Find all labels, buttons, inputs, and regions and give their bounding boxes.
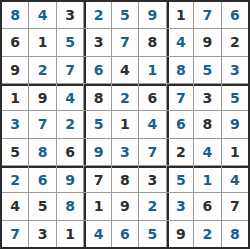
cell-r6c7[interactable]: 2 bbox=[167, 139, 193, 165]
cell-r8c4[interactable]: 1 bbox=[84, 193, 110, 219]
cell-r3c3[interactable]: 7 bbox=[57, 57, 83, 83]
cell-r3c5[interactable]: 4 bbox=[112, 57, 138, 83]
cell-r6c6[interactable]: 7 bbox=[139, 139, 165, 165]
cell-r7c6[interactable]: 3 bbox=[139, 166, 165, 192]
cell-r3c9[interactable]: 3 bbox=[222, 57, 248, 83]
cell-r9c3[interactable]: 1 bbox=[57, 221, 83, 247]
cell-r2c2[interactable]: 1 bbox=[29, 29, 55, 55]
cell-r4c9[interactable]: 5 bbox=[222, 84, 248, 110]
cell-r8c7[interactable]: 3 bbox=[167, 193, 193, 219]
cell-r5c2[interactable]: 7 bbox=[29, 111, 55, 137]
cell-r2c4[interactable]: 3 bbox=[84, 29, 110, 55]
cell-r9c9[interactable]: 8 bbox=[222, 221, 248, 247]
cell-r8c1[interactable]: 4 bbox=[2, 193, 28, 219]
cell-r5c4[interactable]: 5 bbox=[84, 111, 110, 137]
cell-r4c7[interactable]: 7 bbox=[167, 84, 193, 110]
cell-r7c9[interactable]: 4 bbox=[222, 166, 248, 192]
cell-r3c2[interactable]: 2 bbox=[29, 57, 55, 83]
cell-r5c5[interactable]: 1 bbox=[112, 111, 138, 137]
cell-r2c6[interactable]: 8 bbox=[139, 29, 165, 55]
sudoku-board-container: 8432591766153784929276418531948267353725… bbox=[0, 0, 250, 249]
cell-r8c8[interactable]: 6 bbox=[194, 193, 220, 219]
cell-r7c7[interactable]: 5 bbox=[167, 166, 193, 192]
cell-r4c1[interactable]: 1 bbox=[2, 84, 28, 110]
cell-r1c5[interactable]: 5 bbox=[112, 2, 138, 28]
cell-r5c9[interactable]: 9 bbox=[222, 111, 248, 137]
cell-r2c3[interactable]: 5 bbox=[57, 29, 83, 55]
cell-r7c8[interactable]: 1 bbox=[194, 166, 220, 192]
cell-r2c8[interactable]: 9 bbox=[194, 29, 220, 55]
cell-r1c8[interactable]: 7 bbox=[194, 2, 220, 28]
cell-r5c7[interactable]: 6 bbox=[167, 111, 193, 137]
cell-r4c8[interactable]: 3 bbox=[194, 84, 220, 110]
cell-r1c1[interactable]: 8 bbox=[2, 2, 28, 28]
cell-r6c2[interactable]: 8 bbox=[29, 139, 55, 165]
cell-r1c6[interactable]: 9 bbox=[139, 2, 165, 28]
cell-r3c1[interactable]: 9 bbox=[2, 57, 28, 83]
cell-r7c5[interactable]: 8 bbox=[112, 166, 138, 192]
cell-r5c8[interactable]: 8 bbox=[194, 111, 220, 137]
cell-r2c5[interactable]: 7 bbox=[112, 29, 138, 55]
cell-r4c2[interactable]: 9 bbox=[29, 84, 55, 110]
cell-r1c7[interactable]: 1 bbox=[167, 2, 193, 28]
cell-r9c4[interactable]: 4 bbox=[84, 221, 110, 247]
cell-r5c1[interactable]: 3 bbox=[2, 111, 28, 137]
cell-r9c1[interactable]: 7 bbox=[2, 221, 28, 247]
cell-r7c1[interactable]: 2 bbox=[2, 166, 28, 192]
cell-r2c1[interactable]: 6 bbox=[2, 29, 28, 55]
cell-r1c2[interactable]: 4 bbox=[29, 2, 55, 28]
cell-r8c3[interactable]: 8 bbox=[57, 193, 83, 219]
cell-r3c4[interactable]: 6 bbox=[84, 57, 110, 83]
cell-r3c8[interactable]: 5 bbox=[194, 57, 220, 83]
cell-r6c5[interactable]: 3 bbox=[112, 139, 138, 165]
cell-r6c9[interactable]: 1 bbox=[222, 139, 248, 165]
cell-r4c5[interactable]: 2 bbox=[112, 84, 138, 110]
cell-r9c8[interactable]: 2 bbox=[194, 221, 220, 247]
cell-r6c8[interactable]: 4 bbox=[194, 139, 220, 165]
cell-r1c3[interactable]: 3 bbox=[57, 2, 83, 28]
cell-r7c2[interactable]: 6 bbox=[29, 166, 55, 192]
cell-r4c3[interactable]: 4 bbox=[57, 84, 83, 110]
cell-r9c7[interactable]: 9 bbox=[167, 221, 193, 247]
cell-r8c9[interactable]: 7 bbox=[222, 193, 248, 219]
sudoku-grid: 8432591766153784929276418531948267353725… bbox=[0, 0, 250, 249]
cell-r1c4[interactable]: 2 bbox=[84, 2, 110, 28]
cell-r4c6[interactable]: 6 bbox=[139, 84, 165, 110]
cell-r9c6[interactable]: 5 bbox=[139, 221, 165, 247]
cell-r8c6[interactable]: 2 bbox=[139, 193, 165, 219]
cell-r3c7[interactable]: 8 bbox=[167, 57, 193, 83]
cell-r6c3[interactable]: 6 bbox=[57, 139, 83, 165]
cell-r9c5[interactable]: 6 bbox=[112, 221, 138, 247]
cell-r5c3[interactable]: 2 bbox=[57, 111, 83, 137]
cell-r8c2[interactable]: 5 bbox=[29, 193, 55, 219]
cell-r2c7[interactable]: 4 bbox=[167, 29, 193, 55]
cell-r4c4[interactable]: 8 bbox=[84, 84, 110, 110]
cell-r1c9[interactable]: 6 bbox=[222, 2, 248, 28]
cell-r5c6[interactable]: 4 bbox=[139, 111, 165, 137]
cell-r7c3[interactable]: 9 bbox=[57, 166, 83, 192]
cell-r8c5[interactable]: 9 bbox=[112, 193, 138, 219]
cell-r7c4[interactable]: 7 bbox=[84, 166, 110, 192]
cell-r6c4[interactable]: 9 bbox=[84, 139, 110, 165]
cell-r9c2[interactable]: 3 bbox=[29, 221, 55, 247]
cell-r3c6[interactable]: 1 bbox=[139, 57, 165, 83]
cell-r2c9[interactable]: 2 bbox=[222, 29, 248, 55]
cell-r6c1[interactable]: 5 bbox=[2, 139, 28, 165]
